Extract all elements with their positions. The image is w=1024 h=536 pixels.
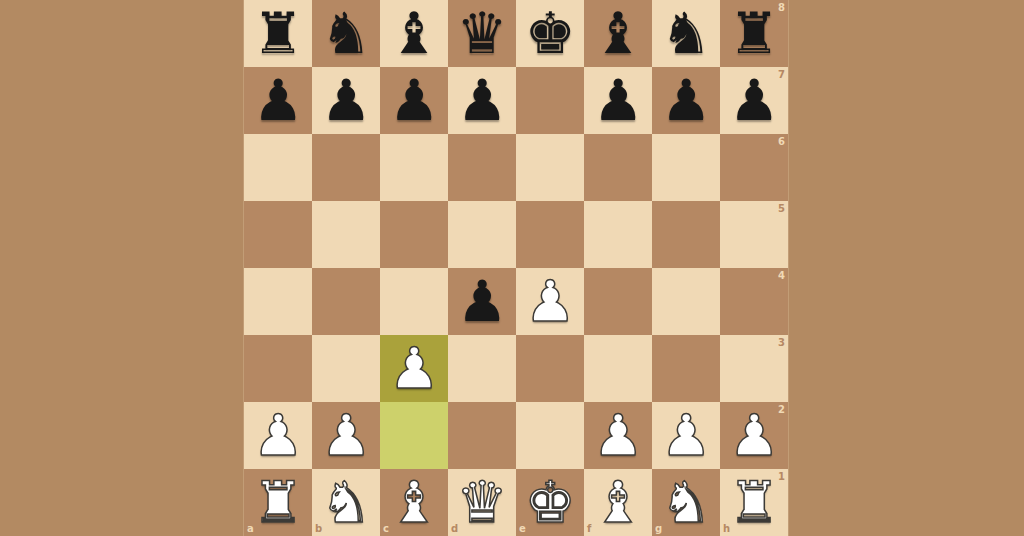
square-g3[interactable] xyxy=(652,335,720,402)
black-pawn[interactable]: ♟ xyxy=(584,67,652,134)
square-b7[interactable]: ♟ xyxy=(312,67,380,134)
square-b3[interactable] xyxy=(312,335,380,402)
white-pawn[interactable]: ♟ xyxy=(584,402,652,469)
square-e6[interactable] xyxy=(516,134,584,201)
page-background: { "game": "chess", "position": "rnbqkbnr… xyxy=(0,0,1024,536)
square-f1[interactable]: ♝f xyxy=(584,469,652,536)
black-bishop[interactable]: ♝ xyxy=(380,0,448,67)
square-h8[interactable]: ♜8 xyxy=(720,0,788,67)
white-pawn[interactable]: ♟ xyxy=(652,402,720,469)
square-d3[interactable] xyxy=(448,335,516,402)
square-h5[interactable]: 5 xyxy=(720,201,788,268)
black-pawn[interactable]: ♟ xyxy=(652,67,720,134)
rank-label-5: 5 xyxy=(778,204,785,214)
square-d7[interactable]: ♟ xyxy=(448,67,516,134)
black-pawn[interactable]: ♟ xyxy=(448,67,516,134)
square-c3[interactable]: ♟ xyxy=(380,335,448,402)
square-d2[interactable] xyxy=(448,402,516,469)
square-h3[interactable]: 3 xyxy=(720,335,788,402)
square-e5[interactable] xyxy=(516,201,584,268)
black-pawn[interactable]: ♟ xyxy=(448,268,516,335)
square-h7[interactable]: ♟7 xyxy=(720,67,788,134)
square-f2[interactable]: ♟ xyxy=(584,402,652,469)
white-king[interactable]: ♚ xyxy=(516,469,584,536)
square-g2[interactable]: ♟ xyxy=(652,402,720,469)
square-c5[interactable] xyxy=(380,201,448,268)
square-c8[interactable]: ♝ xyxy=(380,0,448,67)
black-knight[interactable]: ♞ xyxy=(312,0,380,67)
square-a5[interactable] xyxy=(244,201,312,268)
square-d6[interactable] xyxy=(448,134,516,201)
square-e7[interactable] xyxy=(516,67,584,134)
square-e2[interactable] xyxy=(516,402,584,469)
square-f6[interactable] xyxy=(584,134,652,201)
square-a2[interactable]: ♟ xyxy=(244,402,312,469)
square-c2[interactable] xyxy=(380,402,448,469)
white-rook[interactable]: ♜ xyxy=(244,469,312,536)
black-king[interactable]: ♚ xyxy=(516,0,584,67)
square-h2[interactable]: ♟2 xyxy=(720,402,788,469)
square-a6[interactable] xyxy=(244,134,312,201)
black-rook[interactable]: ♜ xyxy=(244,0,312,67)
square-g4[interactable] xyxy=(652,268,720,335)
square-g6[interactable] xyxy=(652,134,720,201)
black-rook[interactable]: ♜ xyxy=(720,0,788,67)
square-a7[interactable]: ♟ xyxy=(244,67,312,134)
square-a4[interactable] xyxy=(244,268,312,335)
black-pawn[interactable]: ♟ xyxy=(720,67,788,134)
black-pawn[interactable]: ♟ xyxy=(244,67,312,134)
square-b5[interactable] xyxy=(312,201,380,268)
square-c4[interactable] xyxy=(380,268,448,335)
white-knight[interactable]: ♞ xyxy=(312,469,380,536)
white-rook[interactable]: ♜ xyxy=(720,469,788,536)
square-d4[interactable]: ♟ xyxy=(448,268,516,335)
white-pawn[interactable]: ♟ xyxy=(516,268,584,335)
white-pawn[interactable]: ♟ xyxy=(244,402,312,469)
square-b4[interactable] xyxy=(312,268,380,335)
square-c6[interactable] xyxy=(380,134,448,201)
square-b6[interactable] xyxy=(312,134,380,201)
square-f3[interactable] xyxy=(584,335,652,402)
white-pawn[interactable]: ♟ xyxy=(312,402,380,469)
square-e4[interactable]: ♟ xyxy=(516,268,584,335)
square-d1[interactable]: ♛d xyxy=(448,469,516,536)
square-f4[interactable] xyxy=(584,268,652,335)
black-pawn[interactable]: ♟ xyxy=(380,67,448,134)
rank-label-6: 6 xyxy=(778,137,785,147)
black-queen[interactable]: ♛ xyxy=(448,0,516,67)
white-pawn[interactable]: ♟ xyxy=(720,402,788,469)
white-queen[interactable]: ♛ xyxy=(448,469,516,536)
white-pawn[interactable]: ♟ xyxy=(380,335,448,402)
square-g7[interactable]: ♟ xyxy=(652,67,720,134)
square-a1[interactable]: ♜a xyxy=(244,469,312,536)
square-c1[interactable]: ♝c xyxy=(380,469,448,536)
rank-label-4: 4 xyxy=(778,271,785,281)
square-h6[interactable]: 6 xyxy=(720,134,788,201)
white-bishop[interactable]: ♝ xyxy=(380,469,448,536)
square-a8[interactable]: ♜ xyxy=(244,0,312,67)
rank-label-3: 3 xyxy=(778,338,785,348)
square-b2[interactable]: ♟ xyxy=(312,402,380,469)
square-e3[interactable] xyxy=(516,335,584,402)
square-d8[interactable]: ♛ xyxy=(448,0,516,67)
black-knight[interactable]: ♞ xyxy=(652,0,720,67)
square-c7[interactable]: ♟ xyxy=(380,67,448,134)
square-g1[interactable]: ♞g xyxy=(652,469,720,536)
square-f5[interactable] xyxy=(584,201,652,268)
white-knight[interactable]: ♞ xyxy=(652,469,720,536)
square-g5[interactable] xyxy=(652,201,720,268)
square-h4[interactable]: 4 xyxy=(720,268,788,335)
chess-board: ♜♞♝♛♚♝♞♜8♟♟♟♟♟♟♟765♟♟4♟3♟♟♟♟♟2♜a♞b♝c♛d♚e… xyxy=(244,0,788,536)
square-f7[interactable]: ♟ xyxy=(584,67,652,134)
square-b8[interactable]: ♞ xyxy=(312,0,380,67)
square-a3[interactable] xyxy=(244,335,312,402)
square-e8[interactable]: ♚ xyxy=(516,0,584,67)
square-e1[interactable]: ♚e xyxy=(516,469,584,536)
square-h1[interactable]: ♜1h xyxy=(720,469,788,536)
black-bishop[interactable]: ♝ xyxy=(584,0,652,67)
square-d5[interactable] xyxy=(448,201,516,268)
square-f8[interactable]: ♝ xyxy=(584,0,652,67)
square-b1[interactable]: ♞b xyxy=(312,469,380,536)
black-pawn[interactable]: ♟ xyxy=(312,67,380,134)
square-g8[interactable]: ♞ xyxy=(652,0,720,67)
white-bishop[interactable]: ♝ xyxy=(584,469,652,536)
